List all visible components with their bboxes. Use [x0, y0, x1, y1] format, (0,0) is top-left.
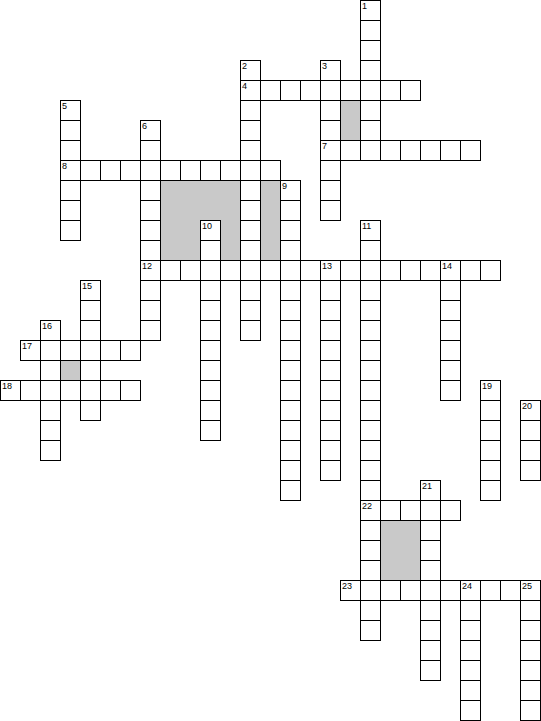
cell-r8-c13[interactable] — [260, 160, 281, 181]
cell-r19-c18[interactable] — [360, 380, 381, 401]
cell-r33-c23[interactable] — [460, 660, 481, 681]
cell-r29-c18[interactable] — [360, 580, 381, 601]
blocked-cell — [220, 240, 241, 261]
clue-number-4: 4 — [242, 81, 247, 91]
cell-r4-c14[interactable] — [280, 80, 301, 101]
cell-r19-c10[interactable] — [200, 380, 221, 401]
cell-r22-c18[interactable] — [360, 440, 381, 461]
cell-r31-c21[interactable] — [420, 620, 441, 641]
blocked-cell — [180, 240, 201, 261]
blocked-cell — [220, 180, 241, 201]
cell-r8-c9[interactable] — [180, 160, 201, 181]
cell-r13-c8[interactable] — [160, 260, 181, 281]
cell-r29-c19[interactable] — [380, 580, 401, 601]
cell-r14-c14[interactable] — [280, 280, 301, 301]
cell-r15-c14[interactable] — [280, 300, 301, 321]
cell-r26-c21[interactable] — [420, 520, 441, 541]
cell-r18-c18[interactable] — [360, 360, 381, 381]
cell-r25-c19[interactable] — [380, 500, 401, 521]
cell-r13-c21[interactable] — [420, 260, 441, 281]
blocked-cell — [60, 360, 81, 381]
cell-r8-c12[interactable] — [240, 160, 261, 181]
cell-r32-c26[interactable] — [520, 640, 541, 661]
cell-r23-c24[interactable] — [480, 460, 501, 481]
cell-r15-c4[interactable] — [80, 300, 101, 321]
cell-r18-c2[interactable] — [40, 360, 61, 381]
cell-r11-c12[interactable] — [240, 220, 261, 241]
cell-r23-c26[interactable] — [520, 460, 541, 481]
blocked-cell — [340, 100, 361, 121]
cell-r15-c22[interactable] — [440, 300, 461, 321]
cell-r19-c6[interactable] — [120, 380, 141, 401]
blocked-cell — [260, 220, 281, 241]
cell-r17-c22[interactable] — [440, 340, 461, 361]
cell-r15-c10[interactable] — [200, 300, 221, 321]
cell-r17-c10[interactable] — [200, 340, 221, 361]
clue-number-19: 19 — [482, 381, 492, 391]
cell-r8-c6[interactable] — [120, 160, 141, 181]
clue-number-10: 10 — [202, 221, 212, 231]
cell-r24-c18[interactable] — [360, 480, 381, 501]
cell-r35-c26[interactable] — [520, 700, 541, 721]
cell-r15-c12[interactable] — [240, 300, 261, 321]
clue-number-5: 5 — [62, 101, 67, 111]
cell-r2-c18[interactable] — [360, 40, 381, 61]
cell-r33-c26[interactable] — [520, 660, 541, 681]
cell-r18-c14[interactable] — [280, 360, 301, 381]
cell-r21-c24[interactable] — [480, 420, 501, 441]
blocked-cell — [200, 200, 221, 221]
cell-r21-c26[interactable] — [520, 420, 541, 441]
cell-r8-c16[interactable] — [320, 160, 341, 181]
cell-r16-c4[interactable] — [80, 320, 101, 341]
cell-r16-c18[interactable] — [360, 320, 381, 341]
clue-number-13: 13 — [322, 261, 332, 271]
cell-r31-c18[interactable] — [360, 620, 381, 641]
cell-r33-c21[interactable] — [420, 660, 441, 681]
cell-r28-c21[interactable] — [420, 560, 441, 581]
cell-r8-c4[interactable] — [80, 160, 101, 181]
cell-r10-c14[interactable] — [280, 200, 301, 221]
cell-r4-c15[interactable] — [300, 80, 321, 101]
cell-r8-c10[interactable] — [200, 160, 221, 181]
cell-r11-c10[interactable]: 10 — [200, 220, 221, 241]
cell-r18-c10[interactable] — [200, 360, 221, 381]
blocked-cell — [180, 180, 201, 201]
cell-r14-c12[interactable] — [240, 280, 261, 301]
cell-r26-c18[interactable] — [360, 520, 381, 541]
cell-r29-c24[interactable] — [480, 580, 501, 601]
cell-r7-c18[interactable] — [360, 140, 381, 161]
cell-r4-c12[interactable]: 4 — [240, 80, 261, 101]
cell-r20-c10[interactable] — [200, 400, 221, 421]
clue-number-7: 7 — [322, 141, 327, 151]
cell-r7-c19[interactable] — [380, 140, 401, 161]
cell-r32-c21[interactable] — [420, 640, 441, 661]
cell-r11-c18[interactable]: 11 — [360, 220, 381, 241]
cell-r19-c2[interactable] — [40, 380, 61, 401]
cell-r30-c23[interactable] — [460, 600, 481, 621]
cell-r4-c19[interactable] — [380, 80, 401, 101]
cell-r5-c12[interactable] — [240, 100, 261, 121]
cell-r19-c16[interactable] — [320, 380, 341, 401]
cell-r4-c16[interactable] — [320, 80, 341, 101]
cell-r25-c18[interactable]: 22 — [360, 500, 381, 521]
cell-r29-c23[interactable]: 24 — [460, 580, 481, 601]
clue-number-8: 8 — [62, 161, 67, 171]
blocked-cell — [180, 220, 201, 241]
cell-r23-c16[interactable] — [320, 460, 341, 481]
cell-r18-c4[interactable] — [80, 360, 101, 381]
clue-number-6: 6 — [142, 121, 147, 131]
cell-r17-c3[interactable] — [60, 340, 81, 361]
blocked-cell — [380, 560, 401, 581]
cell-r13-c15[interactable] — [300, 260, 321, 281]
cell-r3-c18[interactable] — [360, 60, 381, 81]
clue-number-12: 12 — [142, 261, 152, 271]
clue-number-16: 16 — [42, 321, 52, 331]
cell-r19-c22[interactable] — [440, 380, 461, 401]
clue-number-18: 18 — [2, 381, 12, 391]
cell-r10-c16[interactable] — [320, 200, 341, 221]
cell-r9-c16[interactable] — [320, 180, 341, 201]
cell-r13-c24[interactable] — [480, 260, 501, 281]
cell-r20-c26[interactable]: 20 — [520, 400, 541, 421]
cell-r9-c3[interactable] — [60, 180, 81, 201]
cell-r12-c18[interactable] — [360, 240, 381, 261]
cell-r19-c3[interactable] — [60, 380, 81, 401]
cell-r12-c7[interactable] — [140, 240, 161, 261]
cell-r22-c2[interactable] — [40, 440, 61, 461]
clue-number-11: 11 — [362, 221, 371, 231]
cell-r19-c1[interactable] — [20, 380, 41, 401]
cell-r17-c1[interactable]: 17 — [20, 340, 41, 361]
cell-r13-c10[interactable] — [200, 260, 221, 281]
cell-r6-c7[interactable]: 6 — [140, 120, 161, 141]
cell-r20-c24[interactable] — [480, 400, 501, 421]
cell-r23-c14[interactable] — [280, 460, 301, 481]
cell-r4-c13[interactable] — [260, 80, 281, 101]
blocked-cell — [160, 240, 181, 261]
cell-r5-c3[interactable]: 5 — [60, 100, 81, 121]
cell-r21-c10[interactable] — [200, 420, 221, 441]
cell-r13-c23[interactable] — [460, 260, 481, 281]
blocked-cell — [160, 220, 181, 241]
cell-r12-c10[interactable] — [200, 240, 221, 261]
cell-r14-c16[interactable] — [320, 280, 341, 301]
cell-r19-c4[interactable] — [80, 380, 101, 401]
cell-r34-c26[interactable] — [520, 680, 541, 701]
cell-r13-c16[interactable]: 13 — [320, 260, 341, 281]
cell-r25-c22[interactable] — [440, 500, 461, 521]
cell-r12-c12[interactable] — [240, 240, 261, 261]
cell-r22-c16[interactable] — [320, 440, 341, 461]
cell-r9-c14[interactable]: 9 — [280, 180, 301, 201]
cell-r30-c18[interactable] — [360, 600, 381, 621]
cell-r35-c23[interactable] — [460, 700, 481, 721]
blocked-cell — [380, 520, 401, 541]
cell-r11-c7[interactable] — [140, 220, 161, 241]
cell-r1-c18[interactable] — [360, 20, 381, 41]
cell-r13-c20[interactable] — [400, 260, 421, 281]
blocked-cell — [180, 200, 201, 221]
cell-r14-c22[interactable] — [440, 280, 461, 301]
blocked-cell — [260, 200, 281, 221]
cell-r22-c24[interactable] — [480, 440, 501, 461]
cell-r15-c18[interactable] — [360, 300, 381, 321]
cell-r17-c14[interactable] — [280, 340, 301, 361]
cell-r16-c2[interactable]: 16 — [40, 320, 61, 341]
cell-r19-c0[interactable]: 18 — [0, 380, 21, 401]
cell-r29-c21[interactable] — [420, 580, 441, 601]
clue-number-1: 1 — [362, 1, 367, 11]
clue-number-3: 3 — [322, 61, 327, 71]
cell-r30-c26[interactable] — [520, 600, 541, 621]
cell-r4-c20[interactable] — [400, 80, 421, 101]
cell-r16-c22[interactable] — [440, 320, 461, 341]
cell-r17-c16[interactable] — [320, 340, 341, 361]
cell-r7-c20[interactable] — [400, 140, 421, 161]
clue-number-22: 22 — [362, 501, 372, 511]
cell-r16-c16[interactable] — [320, 320, 341, 341]
cell-r29-c22[interactable] — [440, 580, 461, 601]
clue-number-9: 9 — [282, 181, 287, 191]
cell-r3-c12[interactable]: 2 — [240, 60, 261, 81]
cell-r24-c21[interactable]: 21 — [420, 480, 441, 501]
cell-r19-c14[interactable] — [280, 380, 301, 401]
clue-number-17: 17 — [22, 341, 32, 351]
cell-r29-c17[interactable]: 23 — [340, 580, 361, 601]
cell-r15-c16[interactable] — [320, 300, 341, 321]
cell-r7-c21[interactable] — [420, 140, 441, 161]
blocked-cell — [260, 180, 281, 201]
cell-r24-c24[interactable] — [480, 480, 501, 501]
cell-r10-c3[interactable] — [60, 200, 81, 221]
cell-r7-c3[interactable] — [60, 140, 81, 161]
cell-r5-c18[interactable] — [360, 100, 381, 121]
cell-r13-c12[interactable] — [240, 260, 261, 281]
cell-r22-c14[interactable] — [280, 440, 301, 461]
clue-number-20: 20 — [522, 401, 532, 411]
cell-r19-c24[interactable]: 19 — [480, 380, 501, 401]
cell-r7-c22[interactable] — [440, 140, 461, 161]
cell-r13-c17[interactable] — [340, 260, 361, 281]
cell-r9-c12[interactable] — [240, 180, 261, 201]
cell-r21-c18[interactable] — [360, 420, 381, 441]
blocked-cell — [340, 120, 361, 141]
clue-number-15: 15 — [82, 281, 92, 291]
cell-r4-c17[interactable] — [340, 80, 361, 101]
cell-r28-c18[interactable] — [360, 560, 381, 581]
cell-r6-c3[interactable] — [60, 120, 81, 141]
cell-r17-c6[interactable] — [120, 340, 141, 361]
cell-r29-c25[interactable] — [500, 580, 521, 601]
cell-r7-c17[interactable] — [340, 140, 361, 161]
cell-r27-c21[interactable] — [420, 540, 441, 561]
cell-r23-c18[interactable] — [360, 460, 381, 481]
cell-r29-c26[interactable]: 25 — [520, 580, 541, 601]
cell-r8-c3[interactable]: 8 — [60, 160, 81, 181]
cell-r22-c26[interactable] — [520, 440, 541, 461]
cell-r18-c22[interactable] — [440, 360, 461, 381]
cell-r3-c16[interactable]: 3 — [320, 60, 341, 81]
cell-r11-c3[interactable] — [60, 220, 81, 241]
cell-r18-c16[interactable] — [320, 360, 341, 381]
cell-r20-c18[interactable] — [360, 400, 381, 421]
cell-r19-c5[interactable] — [100, 380, 121, 401]
cell-r13-c13[interactable] — [260, 260, 281, 281]
cell-r5-c16[interactable] — [320, 100, 341, 121]
blocked-cell — [400, 560, 421, 581]
clue-number-25: 25 — [522, 581, 532, 591]
cell-r20-c2[interactable] — [40, 400, 61, 421]
cell-r25-c20[interactable] — [400, 500, 421, 521]
blocked-cell — [380, 540, 401, 561]
cell-r20-c14[interactable] — [280, 400, 301, 421]
clue-number-2: 2 — [242, 61, 247, 71]
clue-number-14: 14 — [442, 261, 452, 271]
cell-r21-c16[interactable] — [320, 420, 341, 441]
clue-number-21: 21 — [422, 481, 432, 491]
cell-r13-c11[interactable] — [220, 260, 241, 281]
cell-r13-c19[interactable] — [380, 260, 401, 281]
cell-r20-c4[interactable] — [80, 400, 101, 421]
cell-r16-c12[interactable] — [240, 320, 261, 341]
clue-number-23: 23 — [342, 581, 352, 591]
cell-r16-c14[interactable] — [280, 320, 301, 341]
cell-r29-c20[interactable] — [400, 580, 421, 601]
blocked-cell — [160, 200, 181, 221]
cell-r10-c7[interactable] — [140, 200, 161, 221]
cell-r17-c2[interactable] — [40, 340, 61, 361]
cell-r21-c2[interactable] — [40, 420, 61, 441]
cell-r16-c7[interactable] — [140, 320, 161, 341]
cell-r31-c26[interactable] — [520, 620, 541, 641]
cell-r14-c10[interactable] — [200, 280, 221, 301]
cell-r4-c18[interactable] — [360, 80, 381, 101]
cell-r7-c16[interactable]: 7 — [320, 140, 341, 161]
cell-r30-c21[interactable] — [420, 600, 441, 621]
cell-r25-c21[interactable] — [420, 500, 441, 521]
blocked-cell — [220, 200, 241, 221]
blocked-cell — [200, 180, 221, 201]
blocked-cell — [160, 180, 181, 201]
cell-r14-c4[interactable]: 15 — [80, 280, 101, 301]
cell-r20-c16[interactable] — [320, 400, 341, 421]
cell-r17-c18[interactable] — [360, 340, 381, 361]
cell-r6-c18[interactable] — [360, 120, 381, 141]
cell-r27-c18[interactable] — [360, 540, 381, 561]
cell-r32-c23[interactable] — [460, 640, 481, 661]
cell-r31-c23[interactable] — [460, 620, 481, 641]
cell-r9-c7[interactable] — [140, 180, 161, 201]
cell-r24-c14[interactable] — [280, 480, 301, 501]
cell-r12-c14[interactable] — [280, 240, 301, 261]
clue-number-24: 24 — [462, 581, 472, 591]
cell-r6-c12[interactable] — [240, 120, 261, 141]
cell-r13-c9[interactable] — [180, 260, 201, 281]
cell-r16-c10[interactable] — [200, 320, 221, 341]
cell-r10-c12[interactable] — [240, 200, 261, 221]
cell-r14-c18[interactable] — [360, 280, 381, 301]
cell-r8-c7[interactable] — [140, 160, 161, 181]
cell-r0-c18[interactable]: 1 — [360, 0, 381, 21]
cell-r34-c23[interactable] — [460, 680, 481, 701]
cell-r6-c16[interactable] — [320, 120, 341, 141]
cell-r14-c7[interactable] — [140, 280, 161, 301]
cell-r11-c14[interactable] — [280, 220, 301, 241]
blocked-cell — [400, 540, 421, 561]
blocked-cell — [260, 240, 281, 261]
cell-r7-c23[interactable] — [460, 140, 481, 161]
cell-r7-c12[interactable] — [240, 140, 261, 161]
cell-r21-c14[interactable] — [280, 420, 301, 441]
cell-r8-c11[interactable] — [220, 160, 241, 181]
cell-r8-c8[interactable] — [160, 160, 181, 181]
cell-r13-c22[interactable]: 14 — [440, 260, 461, 281]
cell-r13-c14[interactable] — [280, 260, 301, 281]
cell-r17-c5[interactable] — [100, 340, 121, 361]
cell-r13-c7[interactable]: 12 — [140, 260, 161, 281]
cell-r7-c7[interactable] — [140, 140, 161, 161]
cell-r17-c4[interactable] — [80, 340, 101, 361]
cell-r13-c18[interactable] — [360, 260, 381, 281]
crossword-board: 1234567891011121314151617181920212223242… — [0, 0, 541, 721]
blocked-cell — [400, 520, 421, 541]
blocked-cell — [220, 220, 241, 241]
cell-r8-c5[interactable] — [100, 160, 121, 181]
cell-r15-c7[interactable] — [140, 300, 161, 321]
